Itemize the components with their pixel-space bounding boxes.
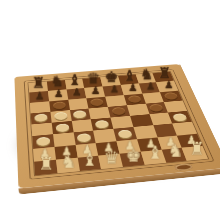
square-b5 — [50, 110, 71, 123]
piece-dark-pawn: ♟ — [54, 89, 63, 99]
square-c3 — [73, 131, 96, 145]
piece-light-pawn: ♟ — [124, 139, 135, 151]
checker-disc-brown — [111, 107, 126, 115]
square-a1: ♜ — [34, 160, 57, 176]
square-h2: ♟ — [177, 133, 202, 147]
piece-light-pawn: ♟ — [186, 134, 196, 146]
piece-light-pawn: ♟ — [166, 136, 177, 148]
piece-dark-bishop: ♝ — [123, 69, 136, 84]
piece-dark-pawn: ♟ — [146, 81, 155, 91]
checker-disc-cream — [54, 112, 68, 121]
piece-light-king: ♚ — [125, 147, 141, 165]
piece-dark-knight: ♞ — [140, 67, 153, 82]
square-c5 — [69, 108, 90, 121]
piece-dark-rook: ♜ — [32, 76, 45, 91]
piece-dark-pawn: ♟ — [128, 83, 137, 93]
piece-light-pawn: ♟ — [39, 147, 50, 159]
piece-dark-queen: ♛ — [87, 72, 100, 87]
square-h1: ♜ — [182, 146, 208, 161]
piece-dark-pawn: ♟ — [164, 80, 173, 90]
board-grid: ♜♞♝♛♚♝♞♜♟♟♟♟♟♟♟♟♟♟♟♟♟♟♟♟♜♞♝♛♚♝♞♜ — [29, 72, 208, 176]
piece-dark-rook: ♜ — [158, 66, 171, 81]
checker-disc-brown — [90, 98, 104, 106]
piece-light-pawn: ♟ — [103, 141, 114, 153]
checker-disc-brown — [149, 104, 164, 112]
square-a4 — [31, 123, 52, 136]
piece-dark-pawn: ♟ — [91, 86, 100, 96]
checker-disc-cream — [34, 114, 48, 123]
square-b6 — [49, 100, 70, 112]
square-f1: ♝ — [141, 150, 166, 165]
piece-light-pawn: ♟ — [61, 145, 72, 157]
square-d5 — [89, 107, 111, 120]
square-e4 — [110, 116, 133, 129]
square-b3 — [53, 133, 75, 147]
piece-dark-knight: ♞ — [50, 74, 63, 89]
piece-light-pawn: ♟ — [82, 143, 93, 155]
checker-disc-cream — [95, 120, 110, 129]
checker-disc-cream — [117, 129, 132, 138]
square-h4 — [168, 111, 192, 124]
piece-dark-king: ♚ — [105, 70, 118, 85]
checker-disc-cream — [172, 113, 188, 122]
checker-disc-cream — [55, 123, 69, 132]
piece-dark-bishop: ♝ — [68, 73, 81, 88]
square-g5 — [145, 102, 168, 114]
brand-stamp-icon — [174, 163, 194, 171]
square-b1: ♞ — [56, 158, 80, 174]
chess-board: ♜♞♝♛♚♝♞♜♟♟♟♟♟♟♟♟♟♟♟♟♟♟♟♟♜♞♝♛♚♝♞♜ — [14, 64, 220, 189]
square-b2: ♟ — [54, 145, 77, 160]
checker-disc-brown — [52, 101, 66, 109]
checker-disc-brown — [127, 95, 141, 103]
piece-dark-pawn: ♟ — [72, 87, 81, 97]
checker-disc-brown — [164, 92, 179, 100]
square-a6 — [30, 101, 50, 113]
checker-disc-cream — [36, 137, 50, 147]
checker-disc-cream — [77, 133, 92, 142]
product-photo-scene: ♜♞♝♛♚♝♞♜♟♟♟♟♟♟♟♟♟♟♟♟♟♟♟♟♜♞♝♛♚♝♞♜ — [0, 0, 220, 220]
square-e5 — [108, 105, 130, 117]
piece-light-pawn: ♟ — [145, 138, 156, 150]
piece-dark-pawn: ♟ — [109, 84, 118, 94]
checker-disc-cream — [73, 110, 87, 118]
square-e1: ♚ — [120, 152, 145, 167]
square-e2: ♟ — [116, 139, 140, 154]
square-c1: ♝ — [77, 156, 101, 172]
square-c2: ♟ — [75, 143, 98, 158]
piece-dark-pawn: ♟ — [35, 90, 44, 101]
